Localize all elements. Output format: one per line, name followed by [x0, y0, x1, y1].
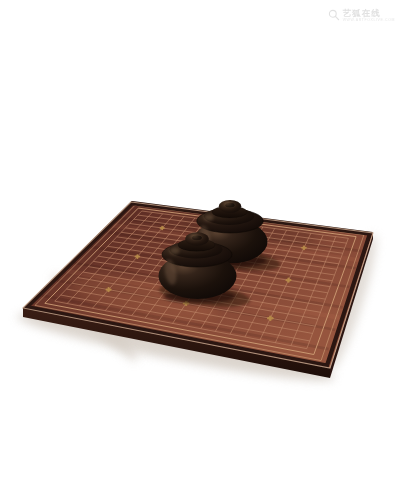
go-board-photo — [0, 0, 401, 500]
photo-scene: 艺狐在线 WWW.ARTFOXLIVE.COM — [0, 0, 401, 500]
